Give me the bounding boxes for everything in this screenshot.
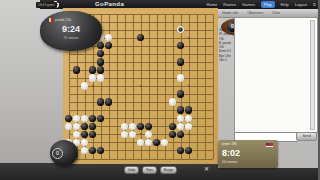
board-buttons: Undo Pass Resign (124, 166, 177, 174)
black-stone (89, 131, 96, 138)
black-stone (177, 58, 184, 65)
white-player-clock: 8:02 (222, 148, 240, 158)
star-point (140, 85, 142, 87)
game-info-column: Game 7 W: jimjm 19k B: pande 15k Komi 6.… (219, 28, 234, 62)
black-stone (177, 42, 184, 49)
grid-line (165, 14, 166, 159)
white-stone (73, 123, 80, 130)
black-stone (105, 42, 112, 49)
grid-line (157, 14, 158, 159)
white-stone (177, 74, 184, 81)
black-stone (65, 115, 72, 122)
send-button[interactable]: Send (296, 132, 317, 141)
black-stone (97, 42, 104, 49)
black-stone (97, 58, 104, 65)
tab-observers[interactable]: Observers (243, 11, 263, 15)
black-stone (105, 98, 112, 105)
play-button[interactable]: Play (261, 1, 275, 8)
black-stone (81, 131, 88, 138)
top-menu: Home Rooms Games Play Help Logout ≡ (207, 0, 316, 9)
white-stone (161, 139, 168, 146)
black-stone (169, 123, 176, 130)
white-stone (177, 123, 184, 130)
white-stone (145, 131, 152, 138)
black-player-clock: 9:24 (40, 24, 102, 34)
black-stone (81, 123, 88, 130)
pass-button[interactable]: Pass (142, 166, 157, 174)
menu-item-rooms[interactable]: Rooms (223, 2, 236, 7)
grid-line (69, 102, 213, 103)
white-stone (105, 34, 112, 41)
white-stone (81, 139, 88, 146)
white-stone (81, 82, 88, 89)
white-stone (65, 123, 72, 130)
close-icon[interactable]: ✕ (204, 165, 209, 172)
black-stone (73, 66, 80, 73)
white-stone (81, 115, 88, 122)
black-stone (137, 123, 144, 130)
black-stone (185, 106, 192, 113)
menu-item-games[interactable]: Games (242, 2, 255, 7)
black-stone (145, 123, 152, 130)
grid-line (205, 14, 206, 159)
undo-button[interactable]: Undo (124, 166, 139, 174)
gopanda-window: GoPanda Home Rooms Games Play Help Logou… (0, 0, 320, 180)
chat-scrollbar[interactable] (310, 20, 315, 130)
black-stone (97, 66, 104, 73)
usa-flag-icon (266, 143, 273, 147)
white-stone (97, 74, 104, 81)
white-stone (89, 74, 96, 81)
black-stone-last-move (177, 26, 184, 33)
capture-bowl-black-player: 0 (50, 140, 78, 166)
grid-line (69, 94, 213, 95)
white-stone (169, 98, 176, 105)
resign-button[interactable]: Resign (160, 166, 177, 174)
menu-item-logout[interactable]: Logout (295, 2, 307, 7)
white-stone (73, 131, 80, 138)
tab-game-info[interactable]: Game info (218, 11, 238, 15)
grid-line (213, 14, 214, 159)
white-stone (137, 139, 144, 146)
black-stone (97, 98, 104, 105)
white-player-stones: 14 stones (222, 160, 237, 164)
black-stone (185, 147, 192, 154)
white-stone (81, 147, 88, 154)
menu-item-home[interactable]: Home (207, 2, 218, 7)
white-stone (73, 115, 80, 122)
star-point (188, 85, 190, 87)
grid-line (197, 14, 198, 159)
grid-line (69, 159, 213, 160)
black-stone (97, 115, 104, 122)
app-title: GoPanda (95, 1, 124, 8)
white-player-name: jimjm 19k (222, 142, 237, 146)
white-player-card: jimjm 19k 8:02 14 stones (218, 140, 278, 168)
black-player-name: pande 15k (55, 18, 71, 22)
black-stone (177, 147, 184, 154)
chat-area[interactable] (234, 17, 318, 133)
menu-burger-icon[interactable]: ≡ (313, 2, 316, 7)
captured-count-badge: 0 (52, 148, 63, 159)
black-stone (89, 147, 96, 154)
white-stone (121, 131, 128, 138)
black-stone (137, 34, 144, 41)
black-stone (89, 115, 96, 122)
game-info-line: Obs 1 (219, 58, 234, 62)
white-stone (121, 123, 128, 130)
white-stone (129, 123, 136, 130)
star-point (188, 37, 190, 39)
black-stone (97, 147, 104, 154)
black-stone (177, 131, 184, 138)
tab-chat[interactable]: Chat (268, 11, 279, 15)
white-stone (145, 139, 152, 146)
black-stone (89, 123, 96, 130)
black-stone (97, 50, 104, 57)
black-stone (177, 106, 184, 113)
game-banner: 19x19 game (36, 2, 57, 8)
white-stone (185, 115, 192, 122)
black-stone (169, 131, 176, 138)
white-stone (177, 115, 184, 122)
chat-input-row: Send (234, 132, 318, 140)
white-stone (129, 131, 136, 138)
black-stone (177, 90, 184, 97)
black-stone (153, 139, 160, 146)
black-stone (89, 66, 96, 73)
menu-item-help[interactable]: Help (281, 2, 289, 7)
star-point (92, 85, 94, 87)
romania-flag-icon (47, 18, 53, 22)
white-stone (185, 123, 192, 130)
black-player-card: pande 15k 9:24 25 stones (40, 11, 102, 51)
black-player-stones: 25 stones (40, 36, 102, 40)
